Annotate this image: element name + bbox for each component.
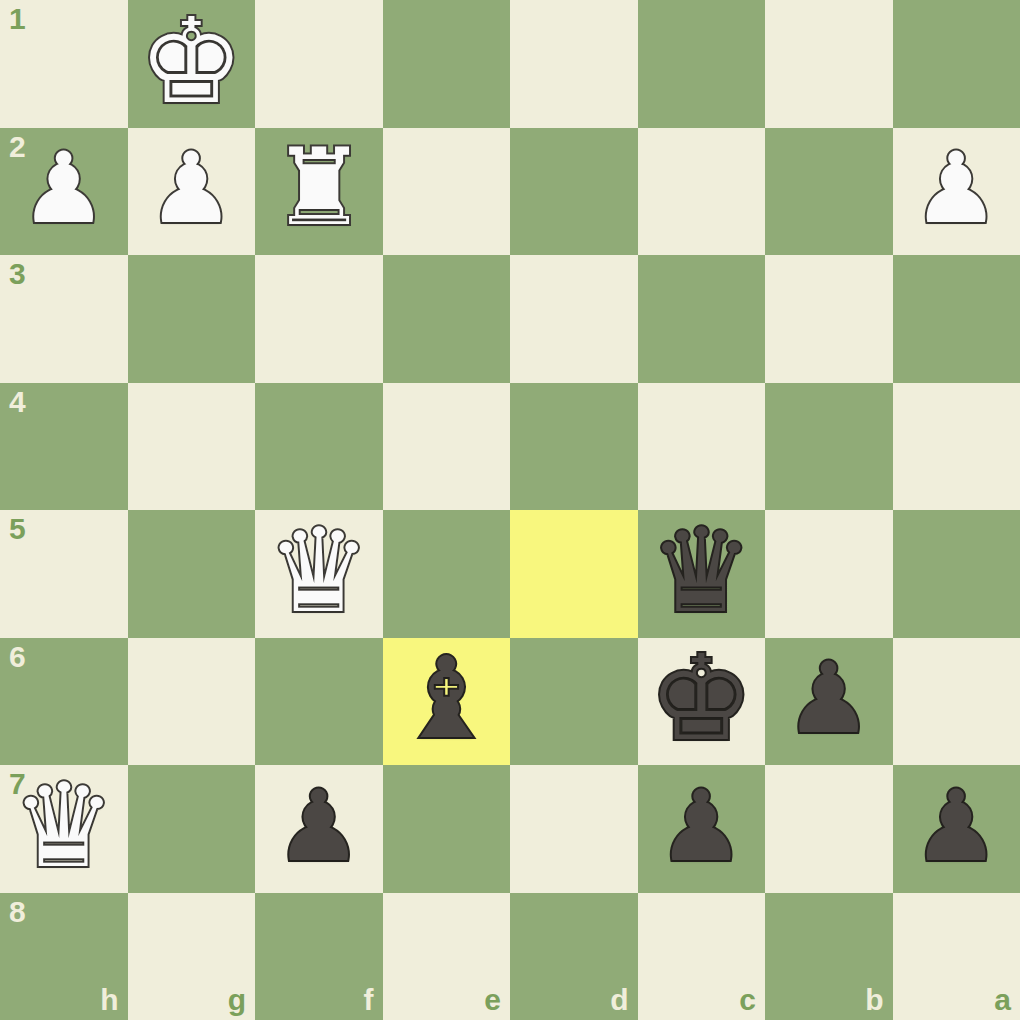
square-b8[interactable]: b	[765, 893, 893, 1020]
square-a5[interactable]	[893, 510, 1020, 638]
square-h4[interactable]: 4	[0, 383, 128, 511]
rank-label-8: 8	[9, 897, 26, 927]
piece-black-king[interactable]: ♚	[648, 639, 754, 757]
square-c8[interactable]: c	[638, 893, 766, 1020]
square-c4[interactable]	[638, 383, 766, 511]
square-a2[interactable]: ♟	[893, 128, 1020, 256]
square-h8[interactable]: 8h	[0, 893, 128, 1020]
square-c2[interactable]	[638, 128, 766, 256]
square-g7[interactable]	[128, 765, 256, 893]
rank-label-6: 6	[9, 642, 26, 672]
piece-black-pawn[interactable]: ♟	[912, 777, 1000, 875]
square-f5[interactable]: ♛	[255, 510, 383, 638]
piece-white-queen[interactable]: ♛	[12, 768, 116, 884]
square-f1[interactable]	[255, 0, 383, 128]
square-d8[interactable]: d	[510, 893, 638, 1020]
square-e7[interactable]	[383, 765, 511, 893]
file-label-f: f	[364, 985, 374, 1015]
piece-white-pawn[interactable]: ♟	[147, 139, 235, 237]
square-c3[interactable]	[638, 255, 766, 383]
square-c7[interactable]: ♟	[638, 765, 766, 893]
piece-white-pawn[interactable]: ♟	[20, 139, 108, 237]
square-f3[interactable]	[255, 255, 383, 383]
square-a6[interactable]	[893, 638, 1020, 766]
square-d5[interactable]	[510, 510, 638, 638]
square-c5[interactable]: ♛	[638, 510, 766, 638]
square-e6[interactable]: ♝	[383, 638, 511, 766]
file-label-e: e	[484, 985, 501, 1015]
square-d1[interactable]	[510, 0, 638, 128]
square-e8[interactable]: e	[383, 893, 511, 1020]
square-g5[interactable]	[128, 510, 256, 638]
file-label-c: c	[739, 985, 756, 1015]
square-d2[interactable]	[510, 128, 638, 256]
piece-black-bishop[interactable]: ♝	[396, 642, 496, 754]
square-h5[interactable]: 5	[0, 510, 128, 638]
square-h3[interactable]: 3	[0, 255, 128, 383]
piece-black-pawn[interactable]: ♟	[657, 777, 745, 875]
square-e2[interactable]	[383, 128, 511, 256]
piece-black-pawn[interactable]: ♟	[785, 649, 873, 747]
chess-board: 1♚2♟♟♜♟345♛♛6♝♚♟7♛♟♟♟8hgfedcba	[0, 0, 1020, 1020]
square-d3[interactable]	[510, 255, 638, 383]
square-a1[interactable]	[893, 0, 1020, 128]
square-b1[interactable]	[765, 0, 893, 128]
file-label-d: d	[610, 985, 628, 1015]
file-label-h: h	[100, 985, 118, 1015]
file-label-b: b	[865, 985, 883, 1015]
square-g8[interactable]: g	[128, 893, 256, 1020]
square-f7[interactable]: ♟	[255, 765, 383, 893]
piece-white-rook[interactable]: ♜	[271, 135, 366, 241]
piece-white-pawn[interactable]: ♟	[912, 139, 1000, 237]
square-g3[interactable]	[128, 255, 256, 383]
square-b4[interactable]	[765, 383, 893, 511]
square-c1[interactable]	[638, 0, 766, 128]
square-e1[interactable]	[383, 0, 511, 128]
square-c6[interactable]: ♚	[638, 638, 766, 766]
square-a7[interactable]: ♟	[893, 765, 1020, 893]
square-a8[interactable]: a	[893, 893, 1020, 1020]
square-h6[interactable]: 6	[0, 638, 128, 766]
square-e5[interactable]	[383, 510, 511, 638]
square-b3[interactable]	[765, 255, 893, 383]
square-f4[interactable]	[255, 383, 383, 511]
square-g6[interactable]	[128, 638, 256, 766]
rank-label-4: 4	[9, 387, 26, 417]
rank-label-1: 1	[9, 4, 26, 34]
square-a4[interactable]	[893, 383, 1020, 511]
square-d7[interactable]	[510, 765, 638, 893]
file-label-g: g	[228, 985, 246, 1015]
square-f6[interactable]	[255, 638, 383, 766]
square-e4[interactable]	[383, 383, 511, 511]
rank-label-5: 5	[9, 514, 26, 544]
square-h7[interactable]: 7♛	[0, 765, 128, 893]
square-b6[interactable]: ♟	[765, 638, 893, 766]
piece-white-king[interactable]: ♚	[138, 2, 244, 120]
square-g4[interactable]	[128, 383, 256, 511]
square-d6[interactable]	[510, 638, 638, 766]
square-g1[interactable]: ♚	[128, 0, 256, 128]
square-g2[interactable]: ♟	[128, 128, 256, 256]
square-h2[interactable]: 2♟	[0, 128, 128, 256]
square-d4[interactable]	[510, 383, 638, 511]
piece-black-queen[interactable]: ♛	[649, 513, 753, 629]
file-label-a: a	[994, 985, 1011, 1015]
square-h1[interactable]: 1	[0, 0, 128, 128]
rank-label-3: 3	[9, 259, 26, 289]
square-e3[interactable]	[383, 255, 511, 383]
piece-black-pawn[interactable]: ♟	[275, 777, 363, 875]
square-f2[interactable]: ♜	[255, 128, 383, 256]
square-b2[interactable]	[765, 128, 893, 256]
square-f8[interactable]: f	[255, 893, 383, 1020]
square-a3[interactable]	[893, 255, 1020, 383]
piece-white-queen[interactable]: ♛	[267, 513, 371, 629]
square-b5[interactable]	[765, 510, 893, 638]
square-b7[interactable]	[765, 765, 893, 893]
